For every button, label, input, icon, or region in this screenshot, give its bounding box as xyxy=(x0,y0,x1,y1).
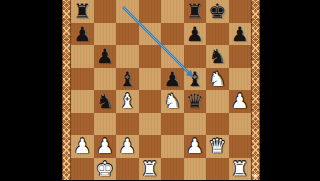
square-e6[interactable] xyxy=(161,45,184,68)
piece-black-bishop[interactable]: ♝ xyxy=(118,67,136,90)
square-d7[interactable] xyxy=(139,23,162,46)
piece-white-queen[interactable]: ♛ xyxy=(208,135,226,158)
square-c7[interactable] xyxy=(116,23,139,46)
square-f8[interactable]: ♜ xyxy=(184,0,207,23)
square-e1[interactable] xyxy=(161,158,184,181)
square-g5[interactable]: ♞ xyxy=(206,68,229,91)
square-d6[interactable] xyxy=(139,45,162,68)
piece-white-pawn[interactable]: ♟ xyxy=(96,135,114,158)
square-h3[interactable] xyxy=(229,113,252,136)
square-c6[interactable] xyxy=(116,45,139,68)
piece-white-knight[interactable]: ♞ xyxy=(208,67,226,90)
piece-white-pawn[interactable]: ♟ xyxy=(231,90,249,113)
square-c8[interactable] xyxy=(116,0,139,23)
square-f1[interactable] xyxy=(184,158,207,181)
piece-black-pawn[interactable]: ♟ xyxy=(96,45,114,68)
square-g4[interactable] xyxy=(206,90,229,113)
square-b6[interactable]: ♟ xyxy=(94,45,117,68)
square-g3[interactable] xyxy=(206,113,229,136)
square-h6[interactable] xyxy=(229,45,252,68)
square-e4[interactable]: ♞ xyxy=(161,90,184,113)
piece-black-pawn[interactable]: ♟ xyxy=(73,22,91,45)
piece-black-bishop[interactable]: ♝ xyxy=(186,67,204,90)
piece-white-bishop[interactable]: ♝ xyxy=(118,90,136,113)
square-d3[interactable] xyxy=(139,113,162,136)
square-a5[interactable] xyxy=(71,68,94,91)
piece-black-knight[interactable]: ♞ xyxy=(208,45,226,68)
square-a6[interactable] xyxy=(71,45,94,68)
piece-white-knight[interactable]: ♞ xyxy=(163,90,181,113)
square-b7[interactable] xyxy=(94,23,117,46)
piece-black-king[interactable]: ♚ xyxy=(208,0,226,22)
piece-black-rook[interactable]: ♜ xyxy=(73,0,91,22)
piece-white-king[interactable]: ♚ xyxy=(96,157,114,180)
square-c2[interactable]: ♟ xyxy=(116,135,139,158)
square-e3[interactable] xyxy=(161,113,184,136)
chess-app-stage: ♜♜♚♟♟♟♟♞♝♟♝♞♞♝♞♛♟♟♟♟♟♛♚♜♜ xyxy=(62,0,260,180)
square-b4[interactable]: ♞ xyxy=(94,90,117,113)
square-h1[interactable]: ♜ xyxy=(229,158,252,181)
square-g8[interactable]: ♚ xyxy=(206,0,229,23)
square-e5[interactable]: ♟ xyxy=(161,68,184,91)
square-f7[interactable]: ♟ xyxy=(184,23,207,46)
square-b5[interactable] xyxy=(94,68,117,91)
chess-board[interactable]: ♜♜♚♟♟♟♟♞♝♟♝♞♞♝♞♛♟♟♟♟♟♛♚♜♜ xyxy=(71,0,251,180)
square-a4[interactable] xyxy=(71,90,94,113)
square-h8[interactable] xyxy=(229,0,252,23)
square-f5[interactable]: ♝ xyxy=(184,68,207,91)
square-d4[interactable] xyxy=(139,90,162,113)
square-g7[interactable] xyxy=(206,23,229,46)
square-f2[interactable]: ♟ xyxy=(184,135,207,158)
square-c3[interactable] xyxy=(116,113,139,136)
piece-white-pawn[interactable]: ♟ xyxy=(118,135,136,158)
square-b2[interactable]: ♟ xyxy=(94,135,117,158)
square-b1[interactable]: ♚ xyxy=(94,158,117,181)
square-h7[interactable]: ♟ xyxy=(229,23,252,46)
square-d8[interactable] xyxy=(139,0,162,23)
square-e7[interactable] xyxy=(161,23,184,46)
square-d2[interactable] xyxy=(139,135,162,158)
piece-white-pawn[interactable]: ♟ xyxy=(186,135,204,158)
square-b8[interactable] xyxy=(94,0,117,23)
square-a3[interactable] xyxy=(71,113,94,136)
square-d5[interactable] xyxy=(139,68,162,91)
square-g2[interactable]: ♛ xyxy=(206,135,229,158)
square-c5[interactable]: ♝ xyxy=(116,68,139,91)
square-a7[interactable]: ♟ xyxy=(71,23,94,46)
square-f4[interactable]: ♛ xyxy=(184,90,207,113)
piece-black-knight[interactable]: ♞ xyxy=(96,90,114,113)
board-right-decorative-border xyxy=(251,0,260,180)
square-b3[interactable] xyxy=(94,113,117,136)
square-f3[interactable] xyxy=(184,113,207,136)
square-e8[interactable] xyxy=(161,0,184,23)
piece-black-rook[interactable]: ♜ xyxy=(186,0,204,22)
square-a1[interactable] xyxy=(71,158,94,181)
square-g6[interactable]: ♞ xyxy=(206,45,229,68)
square-d1[interactable]: ♜ xyxy=(139,158,162,181)
piece-white-rook[interactable]: ♜ xyxy=(141,157,159,180)
board-left-decorative-border xyxy=(62,0,71,180)
square-h5[interactable] xyxy=(229,68,252,91)
piece-white-pawn[interactable]: ♟ xyxy=(73,135,91,158)
piece-white-rook[interactable]: ♜ xyxy=(231,157,249,180)
board-area: ♜♜♚♟♟♟♟♞♝♟♝♞♞♝♞♛♟♟♟♟♟♛♚♜♜ xyxy=(71,0,251,180)
piece-black-queen[interactable]: ♛ xyxy=(186,90,204,113)
square-c4[interactable]: ♝ xyxy=(116,90,139,113)
square-a8[interactable]: ♜ xyxy=(71,0,94,23)
piece-black-pawn[interactable]: ♟ xyxy=(231,22,249,45)
corner-dot xyxy=(254,174,257,177)
square-c1[interactable] xyxy=(116,158,139,181)
square-a2[interactable]: ♟ xyxy=(71,135,94,158)
square-h2[interactable] xyxy=(229,135,252,158)
square-h4[interactable]: ♟ xyxy=(229,90,252,113)
square-e2[interactable] xyxy=(161,135,184,158)
square-g1[interactable] xyxy=(206,158,229,181)
square-f6[interactable] xyxy=(184,45,207,68)
piece-black-pawn[interactable]: ♟ xyxy=(163,67,181,90)
piece-black-pawn[interactable]: ♟ xyxy=(186,22,204,45)
